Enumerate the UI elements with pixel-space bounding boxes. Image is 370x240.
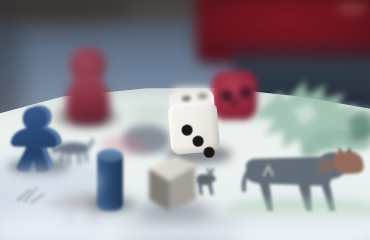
board-game-photo-scene: [0, 0, 370, 240]
vignette-overlay: [0, 0, 370, 240]
